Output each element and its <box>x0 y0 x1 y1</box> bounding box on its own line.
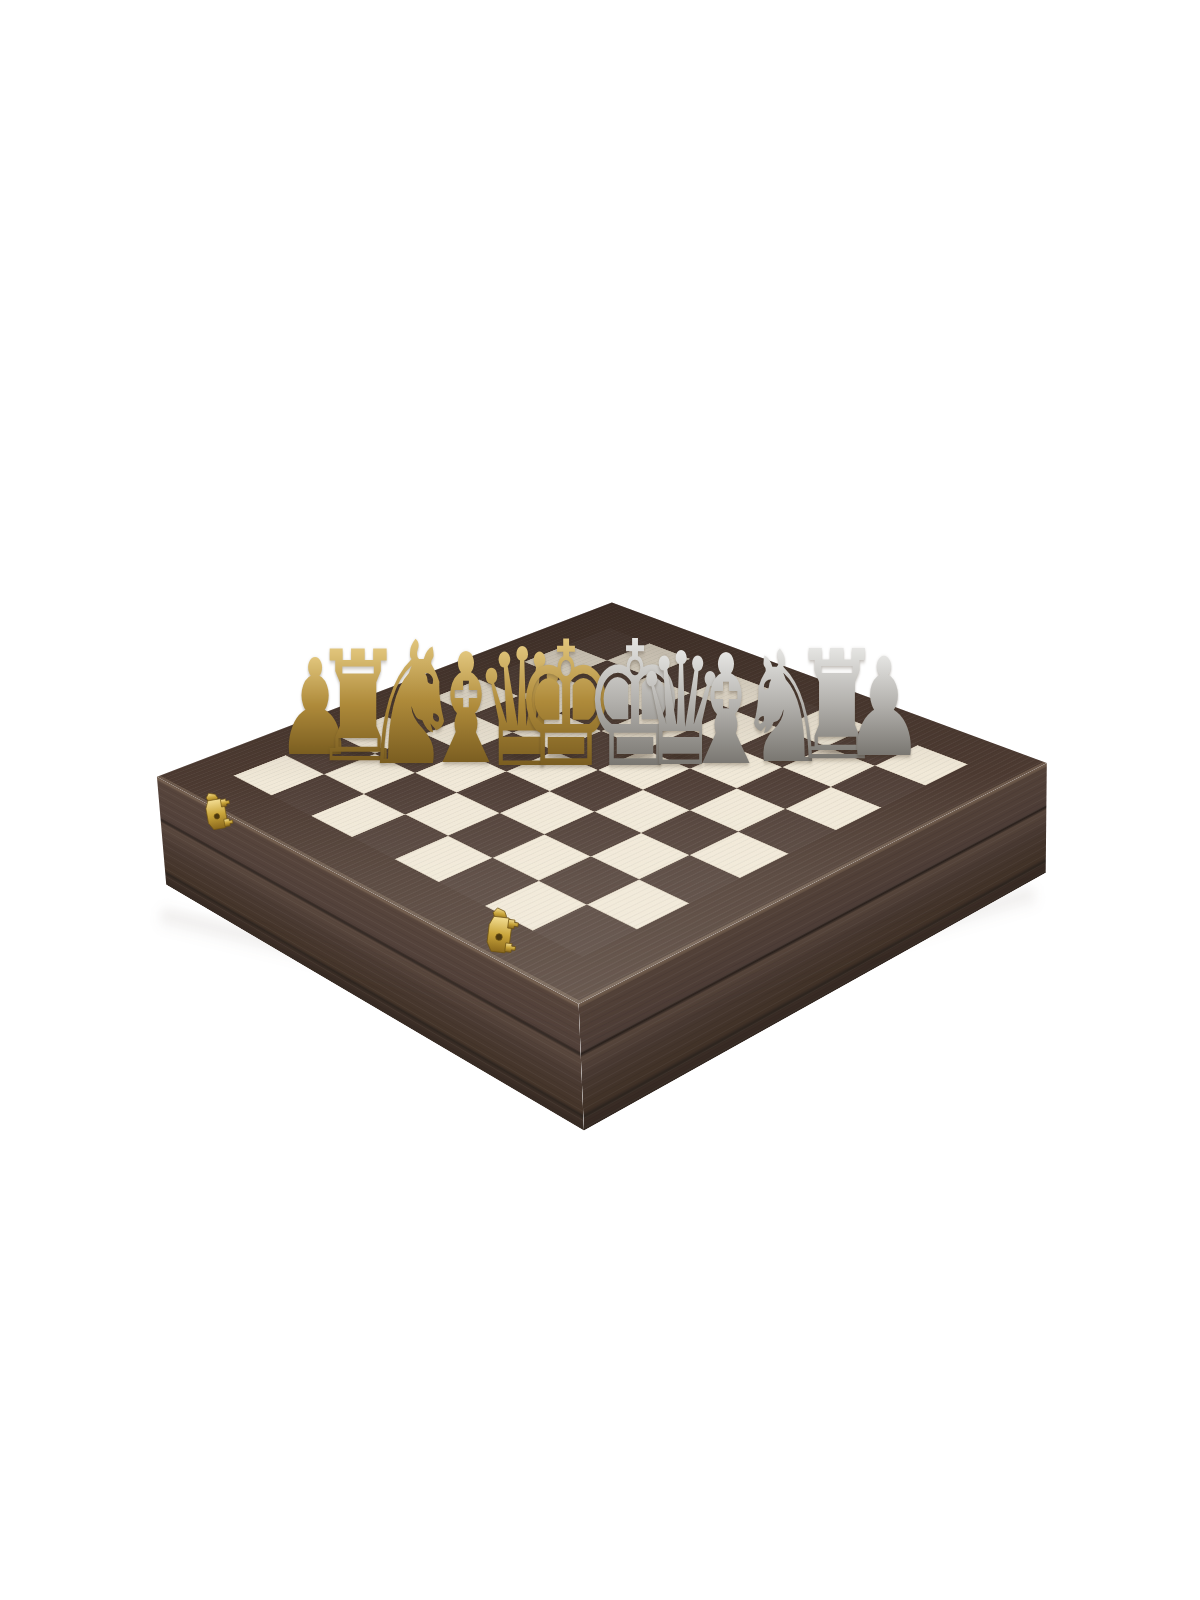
pieces-layer: ♟♜♞♝♛♚♚♛♝♞♜♟ <box>0 0 1200 1600</box>
chess-set-photo: ♟♜♞♝♛♚♚♛♝♞♜♟ <box>0 0 1200 1600</box>
brass-latch-front <box>479 904 523 958</box>
piece-silver-pawn[interactable]: ♟ <box>844 640 924 776</box>
